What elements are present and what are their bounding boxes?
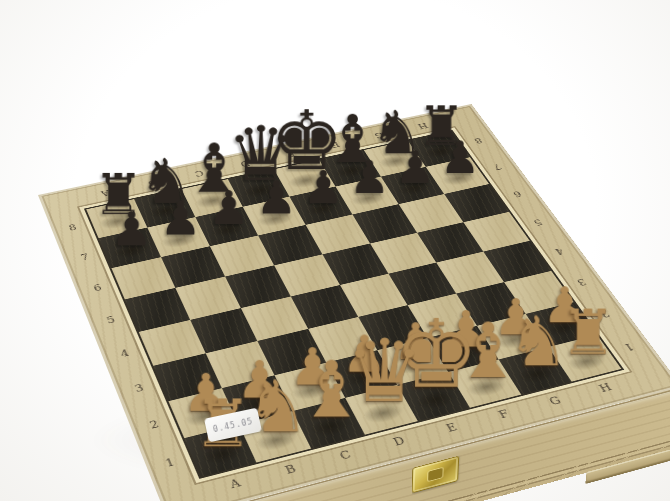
- photo-stage: ♜♞♝♛♚♝♞♜♟♟♟♟♟♟♟♟♟♟♟♟♟♟♟♟♜♞♝♛♚♝♞♜ AABBCCD…: [0, 0, 670, 501]
- scene-3d: ♜♞♝♛♚♝♞♜♟♟♟♟♟♟♟♟♟♟♟♟♟♟♟♟♜♞♝♛♚♝♞♜ AABBCCD…: [0, 0, 670, 501]
- clasp-notch: [428, 468, 443, 481]
- price-tag-text: 0.45.05: [212, 416, 254, 433]
- front-brass-clasp-icon[interactable]: [412, 456, 460, 494]
- chess-box: ♜♞♝♛♚♝♞♜♟♟♟♟♟♟♟♟♟♟♟♟♟♟♟♟♜♞♝♛♚♝♞♜ AABBCCD…: [38, 104, 670, 501]
- black-pawn-icon: ♟: [73, 205, 190, 252]
